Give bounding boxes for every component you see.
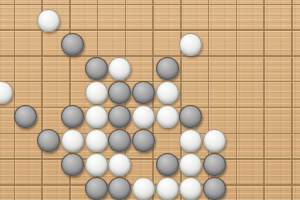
gray-stone bbox=[156, 153, 179, 176]
gray-stone bbox=[179, 105, 202, 128]
white-stone bbox=[179, 177, 202, 200]
white-stone bbox=[37, 9, 60, 32]
white-stone bbox=[203, 129, 226, 152]
gray-stone bbox=[132, 81, 155, 104]
white-stone bbox=[108, 57, 131, 80]
gray-stone bbox=[108, 105, 131, 128]
gray-stone bbox=[61, 33, 84, 56]
gray-stone bbox=[156, 57, 179, 80]
grid-line-horizontal bbox=[0, 55, 300, 57]
gray-stone bbox=[61, 105, 84, 128]
white-stone bbox=[179, 129, 202, 152]
white-stone bbox=[156, 105, 179, 128]
gray-stone bbox=[37, 129, 60, 152]
gray-stone bbox=[203, 153, 226, 176]
gray-stone bbox=[14, 105, 37, 128]
game-board[interactable] bbox=[0, 0, 300, 200]
gray-stone bbox=[108, 177, 131, 200]
white-stone bbox=[85, 105, 108, 128]
gray-stone bbox=[61, 153, 84, 176]
gray-stone bbox=[108, 81, 131, 104]
white-stone bbox=[156, 177, 179, 200]
white-stone bbox=[0, 81, 13, 104]
gray-stone bbox=[132, 129, 155, 152]
gray-stone bbox=[108, 129, 131, 152]
grid-line-horizontal bbox=[0, 158, 300, 160]
white-stone bbox=[85, 153, 108, 176]
grid-line-horizontal bbox=[0, 4, 300, 6]
white-stone bbox=[132, 105, 155, 128]
white-stone bbox=[85, 129, 108, 152]
gray-stone bbox=[85, 57, 108, 80]
gray-stone bbox=[203, 177, 226, 200]
white-stone bbox=[132, 177, 155, 200]
white-stone bbox=[179, 33, 202, 56]
gray-stone bbox=[85, 177, 108, 200]
white-stone bbox=[108, 153, 131, 176]
white-stone bbox=[61, 129, 84, 152]
white-stone bbox=[156, 81, 179, 104]
white-stone bbox=[179, 153, 202, 176]
white-stone bbox=[85, 81, 108, 104]
